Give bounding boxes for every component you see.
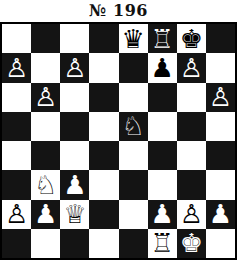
piece-black-pawn: ♙ — [209, 84, 232, 110]
square-e6 — [119, 83, 148, 112]
square-b2: ♟ — [31, 200, 60, 229]
square-f1: ♖ — [148, 229, 177, 258]
piece-black-knight: ♘ — [121, 113, 144, 139]
square-d7 — [89, 53, 118, 82]
square-c5 — [60, 112, 89, 141]
square-g6 — [177, 83, 206, 112]
diagram-number-title: № 196 — [0, 0, 237, 22]
square-d5 — [89, 112, 118, 141]
piece-black-pawn: ♙ — [63, 55, 86, 81]
square-c7: ♙ — [60, 53, 89, 82]
square-c2: ♕ — [60, 200, 89, 229]
square-d2 — [89, 200, 118, 229]
square-e2 — [119, 200, 148, 229]
square-f3 — [148, 170, 177, 199]
square-g3 — [177, 170, 206, 199]
piece-white-pawn: ♙ — [180, 201, 203, 227]
piece-black-pawn: ♙ — [5, 55, 28, 81]
square-f4 — [148, 141, 177, 170]
piece-white-queen: ♕ — [63, 201, 86, 227]
square-h5 — [206, 112, 235, 141]
square-h8 — [206, 24, 235, 53]
piece-white-pawn: ♟ — [151, 201, 174, 227]
square-b4 — [31, 141, 60, 170]
square-d8 — [89, 24, 118, 53]
square-e4 — [119, 141, 148, 170]
square-h2: ♟ — [206, 200, 235, 229]
square-f5 — [148, 112, 177, 141]
square-a6 — [2, 83, 31, 112]
square-g5 — [177, 112, 206, 141]
square-h4 — [206, 141, 235, 170]
square-b1 — [31, 229, 60, 258]
square-b7 — [31, 53, 60, 82]
piece-black-rook: ♖ — [151, 26, 174, 52]
square-d3 — [89, 170, 118, 199]
square-b3: ♘ — [31, 170, 60, 199]
square-e8: ♛ — [119, 24, 148, 53]
square-e5: ♘ — [119, 112, 148, 141]
chess-board: ♛♖♚♙♙♟♙♙♙♘♘♟♙♟♕♟♙♟♖♚ — [0, 22, 237, 260]
square-g2: ♙ — [177, 200, 206, 229]
square-h3 — [206, 170, 235, 199]
piece-white-pawn: ♟ — [63, 172, 86, 198]
square-d6 — [89, 83, 118, 112]
square-f2: ♟ — [148, 200, 177, 229]
square-h1 — [206, 229, 235, 258]
square-e7 — [119, 53, 148, 82]
square-a5 — [2, 112, 31, 141]
piece-black-pawn: ♙ — [180, 55, 203, 81]
square-h7 — [206, 53, 235, 82]
piece-black-queen: ♛ — [121, 26, 144, 52]
square-c8 — [60, 24, 89, 53]
piece-black-pawn: ♙ — [34, 84, 57, 110]
square-b6: ♙ — [31, 83, 60, 112]
square-e1 — [119, 229, 148, 258]
square-d1 — [89, 229, 118, 258]
square-a3 — [2, 170, 31, 199]
piece-white-rook: ♖ — [151, 230, 174, 256]
square-g1: ♚ — [177, 229, 206, 258]
square-b8 — [31, 24, 60, 53]
square-c4 — [60, 141, 89, 170]
piece-white-pawn: ♙ — [5, 201, 28, 227]
piece-white-pawn: ♟ — [209, 201, 232, 227]
square-a2: ♙ — [2, 200, 31, 229]
square-g4 — [177, 141, 206, 170]
square-c3: ♟ — [60, 170, 89, 199]
square-f6 — [148, 83, 177, 112]
square-f8: ♖ — [148, 24, 177, 53]
square-d4 — [89, 141, 118, 170]
piece-white-king: ♚ — [180, 230, 203, 256]
piece-white-pawn: ♟ — [34, 201, 57, 227]
square-a7: ♙ — [2, 53, 31, 82]
square-a4 — [2, 141, 31, 170]
piece-white-knight: ♘ — [34, 172, 57, 198]
square-f7: ♟ — [148, 53, 177, 82]
square-a1 — [2, 229, 31, 258]
piece-black-king: ♚ — [180, 26, 203, 52]
square-b5 — [31, 112, 60, 141]
chess-diagram-page: № 196 ♛♖♚♙♙♟♙♙♙♘♘♟♙♟♕♟♙♟♖♚ — [0, 0, 237, 260]
square-a8 — [2, 24, 31, 53]
square-g8: ♚ — [177, 24, 206, 53]
square-c1 — [60, 229, 89, 258]
square-c6 — [60, 83, 89, 112]
piece-black-pawn: ♟ — [151, 55, 174, 81]
square-g7: ♙ — [177, 53, 206, 82]
square-e3 — [119, 170, 148, 199]
square-h6: ♙ — [206, 83, 235, 112]
